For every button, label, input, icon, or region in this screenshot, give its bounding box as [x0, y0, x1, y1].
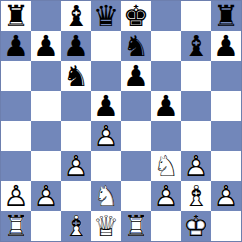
square-f6[interactable]	[151, 61, 181, 91]
square-f8[interactable]	[151, 1, 181, 31]
piece-white-pawn: ♟♙	[181, 151, 211, 181]
square-b4[interactable]	[31, 121, 61, 151]
piece-glyph-fill: ♟	[1, 181, 31, 211]
piece-glyph-outline: ♕	[91, 211, 121, 241]
piece-glyph-fill: ♛	[91, 211, 121, 241]
square-f5[interactable]: ♟	[151, 91, 181, 121]
piece-white-pawn: ♟♙	[211, 181, 241, 211]
piece-black-pawn: ♟	[121, 61, 151, 91]
square-h2[interactable]: ♟♙	[211, 181, 241, 211]
piece-glyph: ♞	[61, 61, 91, 91]
square-e6[interactable]: ♟	[121, 61, 151, 91]
square-h6[interactable]	[211, 61, 241, 91]
piece-black-rook: ♜	[211, 1, 241, 31]
piece-glyph-fill: ♚	[181, 211, 211, 241]
piece-white-king: ♚♔	[181, 211, 211, 241]
piece-glyph-fill: ♝	[61, 211, 91, 241]
square-c2[interactable]	[61, 181, 91, 211]
square-a2[interactable]: ♟♙	[1, 181, 31, 211]
square-d4[interactable]: ♟♙	[91, 121, 121, 151]
square-a5[interactable]	[1, 91, 31, 121]
piece-glyph-outline: ♙	[31, 181, 61, 211]
square-h8[interactable]: ♜	[211, 1, 241, 31]
piece-black-pawn: ♟	[31, 31, 61, 61]
square-e1[interactable]: ♜♖	[121, 211, 151, 241]
piece-glyph-outline: ♗	[61, 211, 91, 241]
square-c8[interactable]: ♝	[61, 1, 91, 31]
square-e8[interactable]: ♚	[121, 1, 151, 31]
square-h4[interactable]	[211, 121, 241, 151]
piece-white-pawn: ♟♙	[151, 181, 181, 211]
piece-black-pawn: ♟	[91, 91, 121, 121]
square-f2[interactable]: ♟♙	[151, 181, 181, 211]
square-g1[interactable]: ♚♔	[181, 211, 211, 241]
piece-glyph-outline: ♔	[181, 211, 211, 241]
piece-glyph-outline: ♙	[1, 181, 31, 211]
piece-glyph: ♜	[211, 1, 241, 31]
chess-board: ♜♝♛♚♜♟♟♟♞♝♟♞♟♟♟♟♙♟♙♞♘♟♙♟♙♟♙♞♘♟♙♝♗♟♙♜♖♝♗♛…	[0, 0, 242, 242]
piece-glyph-fill: ♟	[211, 181, 241, 211]
square-e3[interactable]	[121, 151, 151, 181]
square-d3[interactable]	[91, 151, 121, 181]
square-d5[interactable]: ♟	[91, 91, 121, 121]
piece-white-rook: ♜♖	[121, 211, 151, 241]
piece-glyph-fill: ♜	[121, 211, 151, 241]
piece-white-bishop: ♝♗	[181, 181, 211, 211]
piece-white-pawn: ♟♙	[61, 151, 91, 181]
square-b6[interactable]	[31, 61, 61, 91]
square-f3[interactable]: ♞♘	[151, 151, 181, 181]
piece-glyph-outline: ♙	[91, 121, 121, 151]
piece-glyph: ♟	[91, 91, 121, 121]
piece-glyph-fill: ♟	[181, 151, 211, 181]
square-b7[interactable]: ♟	[31, 31, 61, 61]
square-c6[interactable]: ♞	[61, 61, 91, 91]
piece-glyph: ♝	[61, 1, 91, 31]
piece-glyph-outline: ♘	[151, 151, 181, 181]
square-g2[interactable]: ♝♗	[181, 181, 211, 211]
square-a4[interactable]	[1, 121, 31, 151]
piece-black-queen: ♛	[91, 1, 121, 31]
piece-white-queen: ♛♕	[91, 211, 121, 241]
piece-glyph-outline: ♙	[61, 151, 91, 181]
piece-glyph-fill: ♞	[151, 151, 181, 181]
piece-glyph-outline: ♖	[121, 211, 151, 241]
square-c4[interactable]	[61, 121, 91, 151]
square-g4[interactable]	[181, 121, 211, 151]
square-d7[interactable]	[91, 31, 121, 61]
square-a7[interactable]: ♟	[1, 31, 31, 61]
piece-black-rook: ♜	[1, 1, 31, 31]
square-f7[interactable]	[151, 31, 181, 61]
piece-white-knight: ♞♘	[151, 151, 181, 181]
square-f1[interactable]	[151, 211, 181, 241]
square-f4[interactable]	[151, 121, 181, 151]
piece-glyph-fill: ♟	[151, 181, 181, 211]
piece-glyph-fill: ♞	[91, 181, 121, 211]
square-g6[interactable]	[181, 61, 211, 91]
piece-white-pawn: ♟♙	[1, 181, 31, 211]
piece-glyph: ♟	[121, 61, 151, 91]
square-b8[interactable]	[31, 1, 61, 31]
square-h7[interactable]: ♟	[211, 31, 241, 61]
square-e2[interactable]	[121, 181, 151, 211]
piece-glyph-fill: ♝	[181, 181, 211, 211]
piece-glyph: ♝	[181, 31, 211, 61]
piece-black-pawn: ♟	[151, 91, 181, 121]
square-d1[interactable]: ♛♕	[91, 211, 121, 241]
square-c5[interactable]	[61, 91, 91, 121]
square-b2[interactable]: ♟♙	[31, 181, 61, 211]
piece-glyph: ♟	[211, 31, 241, 61]
square-b3[interactable]	[31, 151, 61, 181]
piece-glyph-fill: ♟	[91, 121, 121, 151]
square-c7[interactable]: ♟	[61, 31, 91, 61]
piece-glyph-outline: ♙	[151, 181, 181, 211]
piece-glyph: ♚	[121, 1, 151, 31]
square-g7[interactable]: ♝	[181, 31, 211, 61]
piece-white-rook: ♜♖	[1, 211, 31, 241]
square-c3[interactable]: ♟♙	[61, 151, 91, 181]
piece-glyph-fill: ♟	[31, 181, 61, 211]
piece-glyph-outline: ♙	[211, 181, 241, 211]
piece-glyph: ♞	[121, 31, 151, 61]
piece-black-king: ♚	[121, 1, 151, 31]
piece-glyph-fill: ♟	[61, 151, 91, 181]
square-h5[interactable]	[211, 91, 241, 121]
piece-glyph-outline: ♘	[91, 181, 121, 211]
square-g5[interactable]	[181, 91, 211, 121]
piece-glyph: ♟	[151, 91, 181, 121]
square-h3[interactable]	[211, 151, 241, 181]
piece-black-pawn: ♟	[211, 31, 241, 61]
square-c1[interactable]: ♝♗	[61, 211, 91, 241]
piece-glyph-outline: ♗	[181, 181, 211, 211]
piece-black-knight: ♞	[61, 61, 91, 91]
piece-glyph: ♜	[1, 1, 31, 31]
piece-black-pawn: ♟	[61, 31, 91, 61]
piece-black-pawn: ♟	[1, 31, 31, 61]
piece-black-bishop: ♝	[181, 31, 211, 61]
square-a1[interactable]: ♜♖	[1, 211, 31, 241]
piece-glyph-outline: ♖	[1, 211, 31, 241]
square-a3[interactable]	[1, 151, 31, 181]
square-g8[interactable]	[181, 1, 211, 31]
piece-white-knight: ♞♘	[91, 181, 121, 211]
square-a6[interactable]	[1, 61, 31, 91]
piece-white-pawn: ♟♙	[91, 121, 121, 151]
piece-glyph-fill: ♜	[1, 211, 31, 241]
square-d6[interactable]	[91, 61, 121, 91]
piece-white-bishop: ♝♗	[61, 211, 91, 241]
square-e5[interactable]	[121, 91, 151, 121]
piece-glyph: ♟	[1, 31, 31, 61]
square-d8[interactable]: ♛	[91, 1, 121, 31]
square-e4[interactable]	[121, 121, 151, 151]
piece-glyph: ♛	[91, 1, 121, 31]
piece-glyph-outline: ♙	[181, 151, 211, 181]
piece-glyph: ♟	[61, 31, 91, 61]
square-g3[interactable]: ♟♙	[181, 151, 211, 181]
square-b1[interactable]	[31, 211, 61, 241]
square-a8[interactable]: ♜	[1, 1, 31, 31]
square-d2[interactable]: ♞♘	[91, 181, 121, 211]
piece-white-pawn: ♟♙	[31, 181, 61, 211]
square-h1[interactable]	[211, 211, 241, 241]
square-e7[interactable]: ♞	[121, 31, 151, 61]
square-b5[interactable]	[31, 91, 61, 121]
piece-glyph: ♟	[31, 31, 61, 61]
piece-black-bishop: ♝	[61, 1, 91, 31]
piece-black-knight: ♞	[121, 31, 151, 61]
